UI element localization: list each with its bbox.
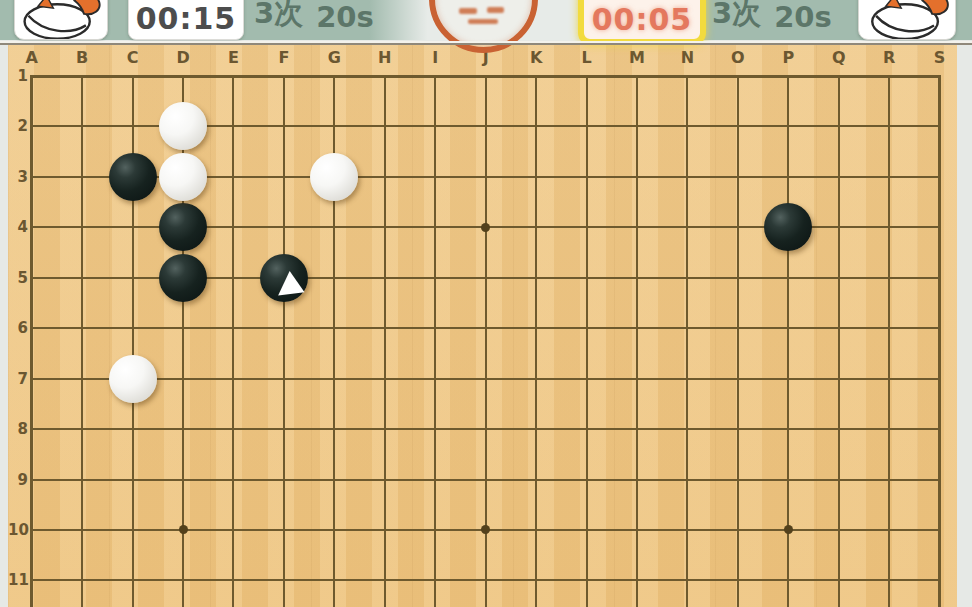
col-label-A: A: [21, 48, 43, 68]
grid-line: [81, 75, 83, 607]
seal-glyph-stroke: [459, 8, 477, 14]
col-label-P: P: [777, 48, 799, 68]
seal-glyph-stroke: [468, 19, 498, 24]
stone-black-F5[interactable]: [260, 254, 308, 302]
right-player-byoyomi: 3次 20s: [712, 0, 832, 37]
grid-line: [686, 75, 688, 607]
stone-white-G3[interactable]: [310, 153, 358, 201]
row-label-3: 3: [8, 167, 28, 187]
star-point-P10: [784, 525, 793, 534]
row-label-11: 11: [8, 570, 28, 590]
byoyomi-count: 3次: [254, 0, 303, 34]
col-label-F: F: [273, 48, 295, 68]
col-label-N: N: [676, 48, 698, 68]
col-label-E: E: [222, 48, 244, 68]
left-player-avatar[interactable]: [14, 0, 108, 40]
stone-black-P4[interactable]: [764, 203, 812, 251]
stone-white-D3[interactable]: [159, 153, 207, 201]
stone-black-D4[interactable]: [159, 203, 207, 251]
col-label-I: I: [424, 48, 446, 68]
grid-line: [232, 75, 234, 607]
grid-line: [888, 75, 890, 607]
col-label-H: H: [374, 48, 396, 68]
byoyomi-time: 20s: [316, 0, 374, 34]
top-bar: 00:15 3次 20s 00:05 3次 20s: [0, 0, 972, 45]
row-label-7: 7: [8, 369, 28, 389]
grid-line: [30, 75, 33, 607]
left-player-byoyomi: 3次 20s: [254, 0, 374, 37]
row-label-8: 8: [8, 419, 28, 439]
star-point-J10: [481, 525, 490, 534]
star-point-J4: [481, 223, 490, 232]
go-app-screen: ABCDEFGHIJKLMNOPQRS1234567891011 00:15 3…: [0, 0, 972, 607]
grid-line: [938, 75, 941, 607]
fox-avatar-icon: [859, 0, 955, 39]
col-label-R: R: [878, 48, 900, 68]
grid-line: [30, 479, 941, 481]
grid-line: [434, 75, 436, 607]
grid-line: [737, 75, 739, 607]
grid-line: [30, 579, 941, 581]
row-label-5: 5: [8, 268, 28, 288]
col-label-Q: Q: [828, 48, 850, 68]
board-top-edge: [0, 43, 972, 45]
grid-line: [30, 378, 941, 380]
col-label-D: D: [172, 48, 194, 68]
col-label-O: O: [727, 48, 749, 68]
col-label-B: B: [71, 48, 93, 68]
stone-white-C7[interactable]: [109, 355, 157, 403]
byoyomi-time: 20s: [774, 0, 832, 34]
right-player-avatar[interactable]: [858, 0, 956, 40]
col-label-S: S: [929, 48, 951, 68]
last-move-marker: [260, 254, 308, 302]
col-label-M: M: [626, 48, 648, 68]
grid-line: [384, 75, 386, 607]
stone-black-C3[interactable]: [109, 153, 157, 201]
row-label-10: 10: [8, 520, 28, 540]
stone-black-D5[interactable]: [159, 254, 207, 302]
col-label-C: C: [122, 48, 144, 68]
go-board[interactable]: ABCDEFGHIJKLMNOPQRS1234567891011: [8, 45, 957, 607]
row-label-2: 2: [8, 116, 28, 136]
col-label-G: G: [323, 48, 345, 68]
row-label-4: 4: [8, 217, 28, 237]
grid-line: [636, 75, 638, 607]
stone-white-D2[interactable]: [159, 102, 207, 150]
grid-line: [30, 327, 941, 329]
grid-line: [30, 75, 941, 78]
grid-line: [586, 75, 588, 607]
grid-line: [838, 75, 840, 607]
left-player-timer: 00:15: [128, 0, 244, 40]
grid-line: [30, 428, 941, 430]
fox-avatar-icon: [15, 0, 107, 39]
star-point-D10: [179, 525, 188, 534]
seal-glyph-stroke: [487, 7, 504, 13]
grid-line: [535, 75, 537, 607]
grid-line: [283, 75, 285, 607]
byoyomi-count: 3次: [712, 0, 761, 34]
col-label-K: K: [525, 48, 547, 68]
row-label-9: 9: [8, 470, 28, 490]
row-label-6: 6: [8, 318, 28, 338]
row-label-1: 1: [8, 66, 28, 86]
col-label-L: L: [576, 48, 598, 68]
right-player-timer: 00:05: [578, 0, 706, 45]
